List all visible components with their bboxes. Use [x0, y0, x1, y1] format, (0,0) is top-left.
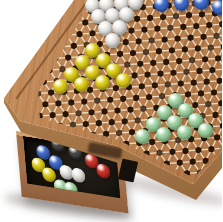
- board-marble-yellow[interactable]: [95, 75, 110, 90]
- board-marble-yellow[interactable]: [53, 79, 68, 94]
- board-marble-yellow[interactable]: [116, 73, 131, 88]
- marble-layer: [0, 0, 222, 222]
- board-marble-blue[interactable]: [174, 0, 189, 11]
- board-marble-green[interactable]: [156, 127, 171, 142]
- product-photo-chinese-checkers: [0, 0, 222, 222]
- board-marble-blue[interactable]: [154, 0, 169, 12]
- board-marble-blue[interactable]: [194, 0, 209, 10]
- board-marble-blue[interactable]: [212, 0, 223, 15]
- board-marble-green[interactable]: [135, 129, 150, 144]
- board-marble-green[interactable]: [198, 123, 213, 138]
- board-marble-yellow[interactable]: [74, 77, 89, 92]
- board-marble-green[interactable]: [177, 125, 192, 140]
- board-marble-white[interactable]: [105, 33, 120, 48]
